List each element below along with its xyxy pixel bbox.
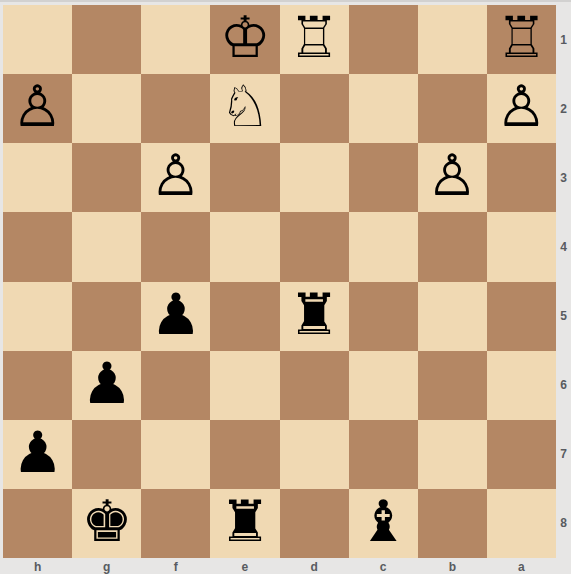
- square-a8[interactable]: [487, 489, 556, 558]
- piece-white-pawn[interactable]: ♙: [150, 141, 201, 210]
- piece-white-pawn[interactable]: ♙: [427, 141, 478, 210]
- square-h6[interactable]: [3, 351, 72, 420]
- square-d7[interactable]: [280, 420, 349, 489]
- piece-black-pawn[interactable]: ♟: [81, 349, 132, 418]
- square-d4[interactable]: [280, 212, 349, 281]
- square-a5[interactable]: [487, 282, 556, 351]
- square-f5[interactable]: ♟: [141, 282, 210, 351]
- square-b4[interactable]: [418, 212, 487, 281]
- square-c8[interactable]: ♝: [349, 489, 418, 558]
- piece-white-rook[interactable]: ♖: [496, 3, 547, 72]
- square-f6[interactable]: [141, 351, 210, 420]
- square-e8[interactable]: ♜: [210, 489, 279, 558]
- square-g4[interactable]: [72, 212, 141, 281]
- square-e3[interactable]: [210, 143, 279, 212]
- square-h4[interactable]: [3, 212, 72, 281]
- piece-white-pawn[interactable]: ♙: [496, 72, 547, 141]
- square-g8[interactable]: ♚: [72, 489, 141, 558]
- square-b6[interactable]: [418, 351, 487, 420]
- square-e5[interactable]: [210, 282, 279, 351]
- square-g7[interactable]: [72, 420, 141, 489]
- square-e2[interactable]: ♘: [210, 74, 279, 143]
- rank-label-2: 2: [556, 74, 571, 143]
- square-b3[interactable]: ♙: [418, 143, 487, 212]
- file-label-f: f: [141, 558, 210, 574]
- rank-label-5: 5: [556, 282, 571, 351]
- square-c6[interactable]: [349, 351, 418, 420]
- square-d3[interactable]: [280, 143, 349, 212]
- file-label-h: h: [3, 558, 72, 574]
- square-e7[interactable]: [210, 420, 279, 489]
- piece-white-knight[interactable]: ♘: [219, 72, 270, 141]
- file-label-c: c: [349, 558, 418, 574]
- square-b8[interactable]: [418, 489, 487, 558]
- file-label-a: a: [487, 558, 556, 574]
- square-f7[interactable]: [141, 420, 210, 489]
- square-h5[interactable]: [3, 282, 72, 351]
- square-g1[interactable]: [72, 5, 141, 74]
- square-c3[interactable]: [349, 143, 418, 212]
- square-c2[interactable]: [349, 74, 418, 143]
- chess-board: ♔♖♖♙♘♙♙♙♟♜♟♟♚♜♝: [3, 5, 556, 558]
- piece-white-rook[interactable]: ♖: [289, 3, 340, 72]
- square-f3[interactable]: ♙: [141, 143, 210, 212]
- square-f1[interactable]: [141, 5, 210, 74]
- square-g3[interactable]: [72, 143, 141, 212]
- file-label-b: b: [418, 558, 487, 574]
- rank-label-6: 6: [556, 351, 571, 420]
- square-c4[interactable]: [349, 212, 418, 281]
- file-coordinates: hgfedcba: [3, 558, 556, 574]
- piece-white-king[interactable]: ♔: [219, 3, 270, 72]
- file-label-d: d: [280, 558, 349, 574]
- square-c5[interactable]: [349, 282, 418, 351]
- piece-black-pawn[interactable]: ♟: [150, 280, 201, 349]
- square-a3[interactable]: [487, 143, 556, 212]
- square-h3[interactable]: [3, 143, 72, 212]
- square-e6[interactable]: [210, 351, 279, 420]
- rank-label-4: 4: [556, 212, 571, 281]
- square-h7[interactable]: ♟: [3, 420, 72, 489]
- square-e1[interactable]: ♔: [210, 5, 279, 74]
- piece-black-king[interactable]: ♚: [81, 487, 132, 556]
- square-a1[interactable]: ♖: [487, 5, 556, 74]
- square-d1[interactable]: ♖: [280, 5, 349, 74]
- rank-label-3: 3: [556, 143, 571, 212]
- square-c1[interactable]: [349, 5, 418, 74]
- file-label-g: g: [72, 558, 141, 574]
- square-h2[interactable]: ♙: [3, 74, 72, 143]
- piece-black-rook[interactable]: ♜: [289, 280, 340, 349]
- square-b1[interactable]: [418, 5, 487, 74]
- rank-label-7: 7: [556, 420, 571, 489]
- square-e4[interactable]: [210, 212, 279, 281]
- square-a6[interactable]: [487, 351, 556, 420]
- rank-coordinates: 12345678: [556, 5, 571, 558]
- square-d5[interactable]: ♜: [280, 282, 349, 351]
- square-b5[interactable]: [418, 282, 487, 351]
- piece-white-pawn[interactable]: ♙: [12, 72, 63, 141]
- square-d8[interactable]: [280, 489, 349, 558]
- chess-app-window: ♔♖♖♙♘♙♙♙♟♜♟♟♚♜♝ 12345678 hgfedcba: [0, 0, 571, 574]
- piece-black-pawn[interactable]: ♟: [12, 418, 63, 487]
- square-h1[interactable]: [3, 5, 72, 74]
- square-a7[interactable]: [487, 420, 556, 489]
- square-h8[interactable]: [3, 489, 72, 558]
- square-a4[interactable]: [487, 212, 556, 281]
- square-f2[interactable]: [141, 74, 210, 143]
- file-label-e: e: [210, 558, 279, 574]
- square-f4[interactable]: [141, 212, 210, 281]
- square-g5[interactable]: [72, 282, 141, 351]
- piece-black-rook[interactable]: ♜: [219, 487, 270, 556]
- square-b7[interactable]: [418, 420, 487, 489]
- square-d6[interactable]: [280, 351, 349, 420]
- square-f8[interactable]: [141, 489, 210, 558]
- square-d2[interactable]: [280, 74, 349, 143]
- square-b2[interactable]: [418, 74, 487, 143]
- square-g6[interactable]: ♟: [72, 351, 141, 420]
- piece-black-bishop[interactable]: ♝: [358, 487, 409, 556]
- square-c7[interactable]: [349, 420, 418, 489]
- rank-label-1: 1: [556, 5, 571, 74]
- rank-label-8: 8: [556, 489, 571, 558]
- square-g2[interactable]: [72, 74, 141, 143]
- square-a2[interactable]: ♙: [487, 74, 556, 143]
